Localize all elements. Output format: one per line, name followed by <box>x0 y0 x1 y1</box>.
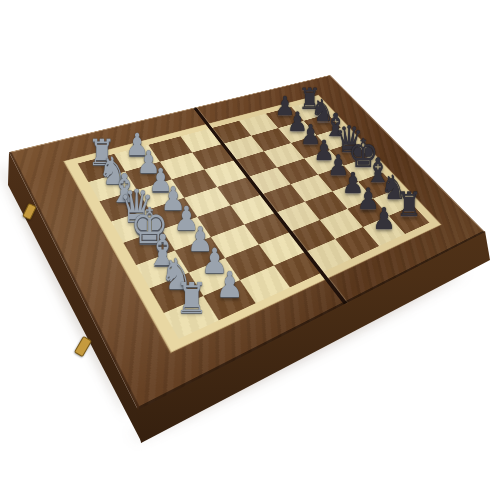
piece-black-pawn[interactable]: ♟ <box>372 203 395 233</box>
piece-white-pawn[interactable]: ♟ <box>216 267 244 303</box>
chess-set-photo: ♜♞♝♛♚♝♞♜♟♟♟♟♟♟♟♟♟♟♟♟♟♟♟♟♜♞♝♛♚♝♞♜ <box>0 0 500 500</box>
piece-white-rook[interactable]: ♜ <box>175 278 208 320</box>
piece-black-rook[interactable]: ♜ <box>396 189 422 222</box>
